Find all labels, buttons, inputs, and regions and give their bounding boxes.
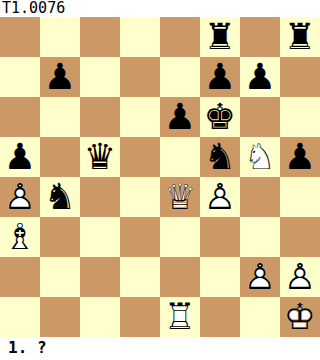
square-h3[interactable] xyxy=(280,217,320,257)
square-g3[interactable] xyxy=(240,217,280,257)
square-e8[interactable] xyxy=(160,17,200,57)
square-f2[interactable] xyxy=(200,257,240,297)
square-a4[interactable]: ♟♙ xyxy=(0,177,40,217)
square-c8[interactable] xyxy=(80,17,120,57)
pawn-glyph-outline: ♙ xyxy=(200,177,240,217)
white-pawn-h2[interactable]: ♟♙ xyxy=(280,257,320,297)
black-pawn-e6[interactable]: ♟ xyxy=(160,97,200,137)
square-g2[interactable]: ♟♙ xyxy=(240,257,280,297)
square-c7[interactable] xyxy=(80,57,120,97)
pawn-glyph-fill: ♟ xyxy=(0,137,40,177)
square-f6[interactable]: ♚ xyxy=(200,97,240,137)
square-a6[interactable] xyxy=(0,97,40,137)
chess-diagram: T1.0076 ♜♜♟♟♟♟♚♟♛♞♞♘♟♟♙♞♛♕♟♙♝♗♟♙♟♙♜♖♚♔ 1… xyxy=(0,0,320,360)
rook-glyph-outline: ♖ xyxy=(160,297,200,337)
pawn-glyph-outline: ♙ xyxy=(240,257,280,297)
square-a1[interactable] xyxy=(0,297,40,337)
square-d7[interactable] xyxy=(120,57,160,97)
rook-glyph-fill: ♜ xyxy=(200,17,240,57)
chess-board: ♜♜♟♟♟♟♚♟♛♞♞♘♟♟♙♞♛♕♟♙♝♗♟♙♟♙♜♖♚♔ xyxy=(0,17,320,337)
white-king-h1[interactable]: ♚♔ xyxy=(280,297,320,337)
square-h7[interactable] xyxy=(280,57,320,97)
square-h1[interactable]: ♚♔ xyxy=(280,297,320,337)
square-e6[interactable]: ♟ xyxy=(160,97,200,137)
black-pawn-f7[interactable]: ♟ xyxy=(200,57,240,97)
king-glyph-outline: ♔ xyxy=(280,297,320,337)
square-c6[interactable] xyxy=(80,97,120,137)
square-b3[interactable] xyxy=(40,217,80,257)
square-f3[interactable] xyxy=(200,217,240,257)
pawn-glyph-fill: ♟ xyxy=(280,137,320,177)
square-g5[interactable]: ♞♘ xyxy=(240,137,280,177)
pawn-glyph-fill: ♟ xyxy=(40,57,80,97)
pawn-glyph-fill: ♟ xyxy=(240,57,280,97)
square-e5[interactable] xyxy=(160,137,200,177)
square-c3[interactable] xyxy=(80,217,120,257)
white-rook-e1[interactable]: ♜♖ xyxy=(160,297,200,337)
square-a5[interactable]: ♟ xyxy=(0,137,40,177)
square-f5[interactable]: ♞ xyxy=(200,137,240,177)
square-c1[interactable] xyxy=(80,297,120,337)
square-e1[interactable]: ♜♖ xyxy=(160,297,200,337)
black-pawn-a5[interactable]: ♟ xyxy=(0,137,40,177)
black-queen-c5[interactable]: ♛ xyxy=(80,137,120,177)
knight-glyph-fill: ♞ xyxy=(200,137,240,177)
pawn-glyph-fill: ♟ xyxy=(160,97,200,137)
square-h6[interactable] xyxy=(280,97,320,137)
white-pawn-a4[interactable]: ♟♙ xyxy=(0,177,40,217)
diagram-title: T1.0076 xyxy=(0,0,320,17)
square-a2[interactable] xyxy=(0,257,40,297)
queen-glyph-fill: ♛ xyxy=(80,137,120,177)
move-prompt: 1. ? xyxy=(0,337,320,360)
black-rook-f8[interactable]: ♜ xyxy=(200,17,240,57)
queen-glyph-outline: ♕ xyxy=(160,177,200,217)
black-rook-h8[interactable]: ♜ xyxy=(280,17,320,57)
black-king-f6[interactable]: ♚ xyxy=(200,97,240,137)
white-pawn-f4[interactable]: ♟♙ xyxy=(200,177,240,217)
square-b4[interactable]: ♞ xyxy=(40,177,80,217)
square-h4[interactable] xyxy=(280,177,320,217)
square-h8[interactable]: ♜ xyxy=(280,17,320,57)
square-d2[interactable] xyxy=(120,257,160,297)
square-a3[interactable]: ♝♗ xyxy=(0,217,40,257)
square-h5[interactable]: ♟ xyxy=(280,137,320,177)
square-g7[interactable]: ♟ xyxy=(240,57,280,97)
knight-glyph-fill: ♞ xyxy=(40,177,80,217)
square-c5[interactable]: ♛ xyxy=(80,137,120,177)
square-c4[interactable] xyxy=(80,177,120,217)
square-f7[interactable]: ♟ xyxy=(200,57,240,97)
square-e4[interactable]: ♛♕ xyxy=(160,177,200,217)
square-d6[interactable] xyxy=(120,97,160,137)
black-knight-b4[interactable]: ♞ xyxy=(40,177,80,217)
square-b6[interactable] xyxy=(40,97,80,137)
square-a7[interactable] xyxy=(0,57,40,97)
square-g6[interactable] xyxy=(240,97,280,137)
square-e2[interactable] xyxy=(160,257,200,297)
pawn-glyph-fill: ♟ xyxy=(200,57,240,97)
pawn-glyph-outline: ♙ xyxy=(280,257,320,297)
square-f1[interactable] xyxy=(200,297,240,337)
square-e7[interactable] xyxy=(160,57,200,97)
square-g8[interactable] xyxy=(240,17,280,57)
black-pawn-b7[interactable]: ♟ xyxy=(40,57,80,97)
square-b5[interactable] xyxy=(40,137,80,177)
square-d1[interactable] xyxy=(120,297,160,337)
white-bishop-a3[interactable]: ♝♗ xyxy=(0,217,40,257)
king-glyph-fill: ♚ xyxy=(200,97,240,137)
square-d5[interactable] xyxy=(120,137,160,177)
square-b2[interactable] xyxy=(40,257,80,297)
square-d3[interactable] xyxy=(120,217,160,257)
pawn-glyph-outline: ♙ xyxy=(0,177,40,217)
bishop-glyph-outline: ♗ xyxy=(0,217,40,257)
square-b1[interactable] xyxy=(40,297,80,337)
white-queen-e4[interactable]: ♛♕ xyxy=(160,177,200,217)
rook-glyph-fill: ♜ xyxy=(280,17,320,57)
black-knight-f5[interactable]: ♞ xyxy=(200,137,240,177)
white-pawn-g2[interactable]: ♟♙ xyxy=(240,257,280,297)
square-b7[interactable]: ♟ xyxy=(40,57,80,97)
white-knight-g5[interactable]: ♞♘ xyxy=(240,137,280,177)
square-g1[interactable] xyxy=(240,297,280,337)
square-f8[interactable]: ♜ xyxy=(200,17,240,57)
black-pawn-g7[interactable]: ♟ xyxy=(240,57,280,97)
square-d8[interactable] xyxy=(120,17,160,57)
square-f4[interactable]: ♟♙ xyxy=(200,177,240,217)
square-b8[interactable] xyxy=(40,17,80,57)
square-a8[interactable] xyxy=(0,17,40,57)
square-g4[interactable] xyxy=(240,177,280,217)
square-e3[interactable] xyxy=(160,217,200,257)
knight-glyph-outline: ♘ xyxy=(240,137,280,177)
black-pawn-h5[interactable]: ♟ xyxy=(280,137,320,177)
square-h2[interactable]: ♟♙ xyxy=(280,257,320,297)
square-d4[interactable] xyxy=(120,177,160,217)
square-c2[interactable] xyxy=(80,257,120,297)
